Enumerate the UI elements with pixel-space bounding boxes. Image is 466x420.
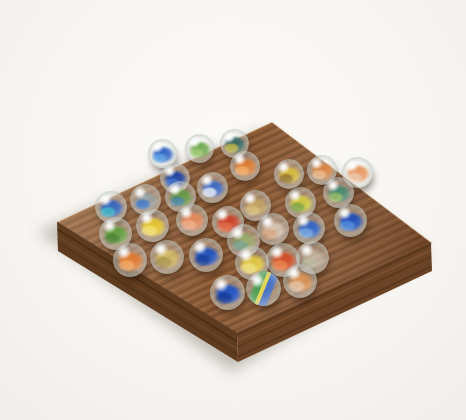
- scene: [0, 0, 466, 420]
- marble-blue-r4c6[interactable]: [334, 204, 367, 237]
- marble-layer: [0, 0, 466, 420]
- marble-yellow-r3c1[interactable]: [136, 209, 169, 242]
- marble-rainbow-r6c3[interactable]: [246, 271, 281, 306]
- marble-orange-pink-r3c2[interactable]: [176, 204, 208, 236]
- marble-blue-r4c2[interactable]: [189, 238, 223, 272]
- marble-orange-r4c0[interactable]: [113, 243, 147, 277]
- marble-clear-white-orange-r4c4[interactable]: [257, 213, 289, 245]
- marble-yellow-brown-r2c4[interactable]: [274, 159, 304, 189]
- marble-clear-orange-r6c4[interactable]: [283, 264, 317, 298]
- marble-yellow-clear-r4c1[interactable]: [150, 240, 184, 274]
- marble-blue-r6c2[interactable]: [210, 275, 245, 310]
- marble-blue-white-r2c3[interactable]: [197, 172, 228, 203]
- marble-teal-green-r3c6[interactable]: [323, 177, 354, 208]
- marble-blue-r4c5[interactable]: [293, 212, 325, 244]
- marble-orange-r1c4[interactable]: [230, 151, 260, 181]
- marble-green-r0c3[interactable]: [185, 134, 214, 163]
